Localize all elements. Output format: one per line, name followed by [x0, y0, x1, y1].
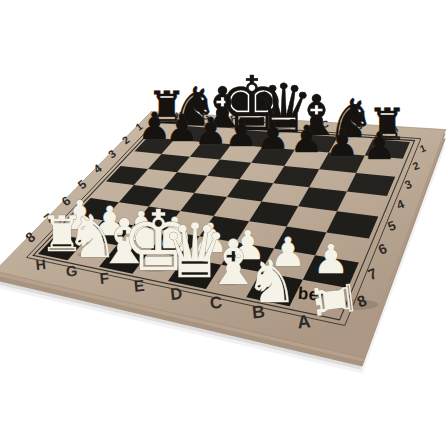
- chess-board: HGFEDCBAHGFEDCBA1234567812345678bemi♜♞♝♚…: [0, 0, 448, 448]
- piece-black-pawn-c2: ♟: [290, 117, 323, 161]
- piece-white-knight-b8: ♞: [246, 247, 299, 316]
- piece-white-pawn-a7: ♟: [313, 236, 349, 282]
- piece-black-pawn-e2: ♟: [224, 111, 257, 155]
- piece-black-pawn-a2: ♟: [363, 124, 396, 168]
- piece-black-pawn-f2: ♟: [194, 109, 227, 153]
- piece-black-pawn-b2: ♟: [325, 121, 358, 165]
- chess-set-product-photo: HGFEDCBAHGFEDCBA1234567812345678bemi♜♞♝♚…: [0, 0, 448, 448]
- piece-white-rook-a8-fallen: ♜: [303, 274, 366, 325]
- piece-black-pawn-d2: ♟: [256, 114, 289, 158]
